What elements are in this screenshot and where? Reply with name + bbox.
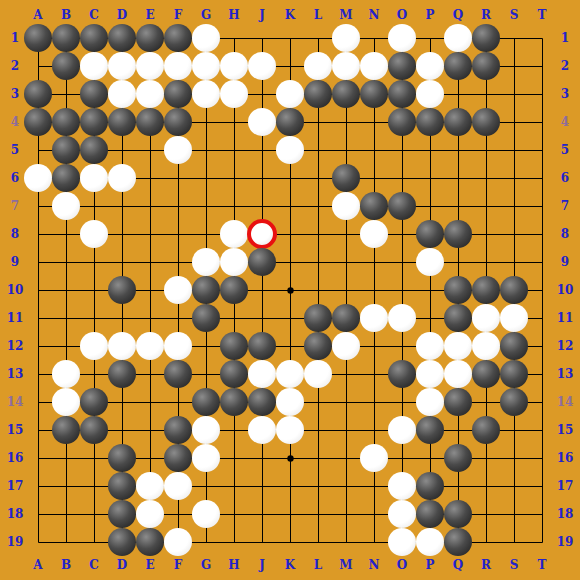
col-label-bottom-D: D bbox=[110, 557, 134, 573]
col-label-bottom-C: C bbox=[82, 557, 106, 573]
white-stone-D6[interactable] bbox=[108, 164, 136, 192]
black-stone-M11[interactable] bbox=[332, 304, 360, 332]
black-stone-Q19[interactable] bbox=[444, 528, 472, 556]
white-stone-M12[interactable] bbox=[332, 332, 360, 360]
row-label-right-11: 11 bbox=[553, 310, 577, 326]
white-stone-K5[interactable] bbox=[276, 136, 304, 164]
black-stone-D17[interactable] bbox=[108, 472, 136, 500]
row-label-right-3: 3 bbox=[553, 86, 577, 102]
white-stone-L2[interactable] bbox=[304, 52, 332, 80]
black-stone-R15[interactable] bbox=[472, 416, 500, 444]
black-stone-Q18[interactable] bbox=[444, 500, 472, 528]
row-label-right-10: 10 bbox=[553, 282, 577, 298]
white-stone-O1[interactable] bbox=[388, 24, 416, 52]
black-stone-E19[interactable] bbox=[136, 528, 164, 556]
col-label-bottom-N: N bbox=[362, 557, 386, 573]
white-stone-D12[interactable] bbox=[108, 332, 136, 360]
white-stone-F17[interactable] bbox=[164, 472, 192, 500]
col-label-bottom-G: G bbox=[194, 557, 218, 573]
black-stone-F1[interactable] bbox=[164, 24, 192, 52]
black-stone-L3[interactable] bbox=[304, 80, 332, 108]
star-point-K10 bbox=[287, 287, 293, 293]
black-stone-H12[interactable] bbox=[220, 332, 248, 360]
white-stone-O18[interactable] bbox=[388, 500, 416, 528]
col-label-top-S: S bbox=[502, 7, 526, 23]
col-label-top-Q: Q bbox=[446, 7, 470, 23]
white-stone-H9[interactable] bbox=[220, 248, 248, 276]
black-stone-P8[interactable] bbox=[416, 220, 444, 248]
black-stone-C1[interactable] bbox=[80, 24, 108, 52]
col-label-bottom-H: H bbox=[222, 557, 246, 573]
white-stone-G15[interactable] bbox=[192, 416, 220, 444]
white-stone-N16[interactable] bbox=[360, 444, 388, 472]
row-label-left-15: 15 bbox=[3, 422, 27, 438]
row-label-right-2: 2 bbox=[553, 58, 577, 74]
col-label-bottom-F: F bbox=[166, 557, 190, 573]
white-stone-F5[interactable] bbox=[164, 136, 192, 164]
white-stone-N2[interactable] bbox=[360, 52, 388, 80]
black-stone-C15[interactable] bbox=[80, 416, 108, 444]
black-stone-B4[interactable] bbox=[52, 108, 80, 136]
white-stone-A6[interactable] bbox=[24, 164, 52, 192]
white-stone-P9[interactable] bbox=[416, 248, 444, 276]
col-label-bottom-T: T bbox=[530, 557, 554, 573]
black-stone-A4[interactable] bbox=[24, 108, 52, 136]
white-stone-P19[interactable] bbox=[416, 528, 444, 556]
col-label-bottom-J: J bbox=[250, 557, 274, 573]
row-label-left-2: 2 bbox=[3, 58, 27, 74]
white-stone-E17[interactable] bbox=[136, 472, 164, 500]
white-stone-H3[interactable] bbox=[220, 80, 248, 108]
white-stone-O11[interactable] bbox=[388, 304, 416, 332]
black-stone-D16[interactable] bbox=[108, 444, 136, 472]
white-stone-J8-last-move[interactable] bbox=[247, 219, 277, 249]
white-stone-K3[interactable] bbox=[276, 80, 304, 108]
black-stone-B2[interactable] bbox=[52, 52, 80, 80]
black-stone-P18[interactable] bbox=[416, 500, 444, 528]
row-label-left-5: 5 bbox=[3, 142, 27, 158]
black-stone-O4[interactable] bbox=[388, 108, 416, 136]
black-stone-F4[interactable] bbox=[164, 108, 192, 136]
black-stone-C5[interactable] bbox=[80, 136, 108, 164]
row-label-left-13: 13 bbox=[3, 366, 27, 382]
white-stone-E3[interactable] bbox=[136, 80, 164, 108]
black-stone-B6[interactable] bbox=[52, 164, 80, 192]
black-stone-Q4[interactable] bbox=[444, 108, 472, 136]
col-label-top-L: L bbox=[306, 7, 330, 23]
black-stone-B1[interactable] bbox=[52, 24, 80, 52]
row-label-left-10: 10 bbox=[3, 282, 27, 298]
col-label-top-P: P bbox=[418, 7, 442, 23]
row-label-right-18: 18 bbox=[553, 506, 577, 522]
black-stone-S10[interactable] bbox=[500, 276, 528, 304]
col-label-bottom-B: B bbox=[54, 557, 78, 573]
col-label-top-G: G bbox=[194, 7, 218, 23]
white-stone-P13[interactable] bbox=[416, 360, 444, 388]
white-stone-P14[interactable] bbox=[416, 388, 444, 416]
black-stone-D19[interactable] bbox=[108, 528, 136, 556]
black-stone-O7[interactable] bbox=[388, 192, 416, 220]
black-stone-F15[interactable] bbox=[164, 416, 192, 444]
black-stone-A1[interactable] bbox=[24, 24, 52, 52]
black-stone-D18[interactable] bbox=[108, 500, 136, 528]
row-label-left-17: 17 bbox=[3, 478, 27, 494]
white-stone-Q1[interactable] bbox=[444, 24, 472, 52]
white-stone-R11[interactable] bbox=[472, 304, 500, 332]
col-label-top-C: C bbox=[82, 7, 106, 23]
black-stone-E1[interactable] bbox=[136, 24, 164, 52]
white-stone-G2[interactable] bbox=[192, 52, 220, 80]
white-stone-P2[interactable] bbox=[416, 52, 444, 80]
black-stone-D1[interactable] bbox=[108, 24, 136, 52]
row-label-left-7: 7 bbox=[3, 198, 27, 214]
black-stone-S14[interactable] bbox=[500, 388, 528, 416]
white-stone-H2[interactable] bbox=[220, 52, 248, 80]
black-stone-O13[interactable] bbox=[388, 360, 416, 388]
white-stone-H8[interactable] bbox=[220, 220, 248, 248]
black-stone-Q2[interactable] bbox=[444, 52, 472, 80]
black-stone-H13[interactable] bbox=[220, 360, 248, 388]
white-stone-G9[interactable] bbox=[192, 248, 220, 276]
row-label-right-8: 8 bbox=[553, 226, 577, 242]
row-label-left-14: 14 bbox=[3, 394, 27, 410]
white-stone-O19[interactable] bbox=[388, 528, 416, 556]
black-stone-A3[interactable] bbox=[24, 80, 52, 108]
row-label-left-19: 19 bbox=[3, 534, 27, 550]
black-stone-N3[interactable] bbox=[360, 80, 388, 108]
row-label-right-9: 9 bbox=[553, 254, 577, 270]
black-stone-Q10[interactable] bbox=[444, 276, 472, 304]
row-label-right-4: 4 bbox=[553, 114, 577, 130]
col-label-top-M: M bbox=[334, 7, 358, 23]
row-label-right-14: 14 bbox=[553, 394, 577, 410]
black-stone-H14[interactable] bbox=[220, 388, 248, 416]
row-label-right-17: 17 bbox=[553, 478, 577, 494]
white-stone-G1[interactable] bbox=[192, 24, 220, 52]
col-label-top-J: J bbox=[250, 7, 274, 23]
black-stone-P4[interactable] bbox=[416, 108, 444, 136]
white-stone-B7[interactable] bbox=[52, 192, 80, 220]
col-label-top-H: H bbox=[222, 7, 246, 23]
white-stone-C2[interactable] bbox=[80, 52, 108, 80]
white-stone-L13[interactable] bbox=[304, 360, 332, 388]
black-stone-F3[interactable] bbox=[164, 80, 192, 108]
white-stone-J4[interactable] bbox=[248, 108, 276, 136]
black-stone-P17[interactable] bbox=[416, 472, 444, 500]
white-stone-S11[interactable] bbox=[500, 304, 528, 332]
black-stone-Q8[interactable] bbox=[444, 220, 472, 248]
col-label-top-A: A bbox=[26, 7, 50, 23]
white-stone-Q13[interactable] bbox=[444, 360, 472, 388]
white-stone-J15[interactable] bbox=[248, 416, 276, 444]
black-stone-G11[interactable] bbox=[192, 304, 220, 332]
white-stone-G18[interactable] bbox=[192, 500, 220, 528]
row-label-right-15: 15 bbox=[553, 422, 577, 438]
col-label-top-O: O bbox=[390, 7, 414, 23]
white-stone-B13[interactable] bbox=[52, 360, 80, 388]
white-stone-F12[interactable] bbox=[164, 332, 192, 360]
black-stone-J14[interactable] bbox=[248, 388, 276, 416]
row-label-right-13: 13 bbox=[553, 366, 577, 382]
black-stone-Q11[interactable] bbox=[444, 304, 472, 332]
white-stone-F10[interactable] bbox=[164, 276, 192, 304]
black-stone-R1[interactable] bbox=[472, 24, 500, 52]
row-label-left-12: 12 bbox=[3, 338, 27, 354]
black-stone-R4[interactable] bbox=[472, 108, 500, 136]
white-stone-M7[interactable] bbox=[332, 192, 360, 220]
col-label-top-K: K bbox=[278, 7, 302, 23]
black-stone-B5[interactable] bbox=[52, 136, 80, 164]
row-label-right-19: 19 bbox=[553, 534, 577, 550]
col-label-bottom-R: R bbox=[474, 557, 498, 573]
white-stone-B14[interactable] bbox=[52, 388, 80, 416]
white-stone-K13[interactable] bbox=[276, 360, 304, 388]
black-stone-D4[interactable] bbox=[108, 108, 136, 136]
black-stone-L11[interactable] bbox=[304, 304, 332, 332]
white-stone-F2[interactable] bbox=[164, 52, 192, 80]
white-stone-K15[interactable] bbox=[276, 416, 304, 444]
white-stone-P3[interactable] bbox=[416, 80, 444, 108]
black-stone-C4[interactable] bbox=[80, 108, 108, 136]
row-label-right-16: 16 bbox=[553, 450, 577, 466]
row-label-left-9: 9 bbox=[3, 254, 27, 270]
black-stone-S12[interactable] bbox=[500, 332, 528, 360]
row-label-left-18: 18 bbox=[3, 506, 27, 522]
col-label-bottom-A: A bbox=[26, 557, 50, 573]
row-label-right-5: 5 bbox=[553, 142, 577, 158]
white-stone-N8[interactable] bbox=[360, 220, 388, 248]
black-stone-Q16[interactable] bbox=[444, 444, 472, 472]
row-label-left-16: 16 bbox=[3, 450, 27, 466]
row-label-right-6: 6 bbox=[553, 170, 577, 186]
white-stone-E18[interactable] bbox=[136, 500, 164, 528]
white-stone-C12[interactable] bbox=[80, 332, 108, 360]
white-stone-E2[interactable] bbox=[136, 52, 164, 80]
black-stone-H10[interactable] bbox=[220, 276, 248, 304]
white-stone-J2[interactable] bbox=[248, 52, 276, 80]
black-stone-R10[interactable] bbox=[472, 276, 500, 304]
goban[interactable]: AABBCCDDEEFFGGHHJJKKLLMMNNOOPPQQRRSSTT11… bbox=[0, 0, 580, 580]
black-stone-R2[interactable] bbox=[472, 52, 500, 80]
black-stone-E4[interactable] bbox=[136, 108, 164, 136]
black-stone-O3[interactable] bbox=[388, 80, 416, 108]
black-stone-M3[interactable] bbox=[332, 80, 360, 108]
col-label-bottom-S: S bbox=[502, 557, 526, 573]
white-stone-F19[interactable] bbox=[164, 528, 192, 556]
black-stone-G14[interactable] bbox=[192, 388, 220, 416]
white-stone-K14[interactable] bbox=[276, 388, 304, 416]
white-stone-Q12[interactable] bbox=[444, 332, 472, 360]
white-stone-J13[interactable] bbox=[248, 360, 276, 388]
white-stone-D3[interactable] bbox=[108, 80, 136, 108]
white-stone-E12[interactable] bbox=[136, 332, 164, 360]
col-label-bottom-P: P bbox=[418, 557, 442, 573]
black-stone-N7[interactable] bbox=[360, 192, 388, 220]
black-stone-K4[interactable] bbox=[276, 108, 304, 136]
white-stone-N11[interactable] bbox=[360, 304, 388, 332]
white-stone-C8[interactable] bbox=[80, 220, 108, 248]
black-stone-G10[interactable] bbox=[192, 276, 220, 304]
star-point-K16 bbox=[287, 455, 293, 461]
white-stone-C6[interactable] bbox=[80, 164, 108, 192]
black-stone-C3[interactable] bbox=[80, 80, 108, 108]
col-label-bottom-K: K bbox=[278, 557, 302, 573]
col-label-bottom-E: E bbox=[138, 557, 162, 573]
white-stone-O17[interactable] bbox=[388, 472, 416, 500]
black-stone-C14[interactable] bbox=[80, 388, 108, 416]
black-stone-S13[interactable] bbox=[500, 360, 528, 388]
col-label-top-T: T bbox=[530, 7, 554, 23]
row-label-left-11: 11 bbox=[3, 310, 27, 326]
white-stone-G3[interactable] bbox=[192, 80, 220, 108]
col-label-top-F: F bbox=[166, 7, 190, 23]
col-label-bottom-L: L bbox=[306, 557, 330, 573]
col-label-top-D: D bbox=[110, 7, 134, 23]
col-label-top-E: E bbox=[138, 7, 162, 23]
black-stone-D13[interactable] bbox=[108, 360, 136, 388]
col-label-top-B: B bbox=[54, 7, 78, 23]
white-stone-R12[interactable] bbox=[472, 332, 500, 360]
col-label-bottom-O: O bbox=[390, 557, 414, 573]
black-stone-J12[interactable] bbox=[248, 332, 276, 360]
black-stone-F13[interactable] bbox=[164, 360, 192, 388]
white-stone-M2[interactable] bbox=[332, 52, 360, 80]
row-label-right-12: 12 bbox=[553, 338, 577, 354]
black-stone-B15[interactable] bbox=[52, 416, 80, 444]
col-label-top-R: R bbox=[474, 7, 498, 23]
col-label-bottom-Q: Q bbox=[446, 557, 470, 573]
black-stone-Q14[interactable] bbox=[444, 388, 472, 416]
row-label-right-1: 1 bbox=[553, 30, 577, 46]
white-stone-P12[interactable] bbox=[416, 332, 444, 360]
black-stone-J9[interactable] bbox=[248, 248, 276, 276]
row-label-right-7: 7 bbox=[553, 198, 577, 214]
black-stone-R13[interactable] bbox=[472, 360, 500, 388]
black-stone-D10[interactable] bbox=[108, 276, 136, 304]
white-stone-G16[interactable] bbox=[192, 444, 220, 472]
black-stone-M6[interactable] bbox=[332, 164, 360, 192]
black-stone-L12[interactable] bbox=[304, 332, 332, 360]
col-label-bottom-M: M bbox=[334, 557, 358, 573]
white-stone-D2[interactable] bbox=[108, 52, 136, 80]
col-label-top-N: N bbox=[362, 7, 386, 23]
black-stone-F16[interactable] bbox=[164, 444, 192, 472]
black-stone-P15[interactable] bbox=[416, 416, 444, 444]
black-stone-O2[interactable] bbox=[388, 52, 416, 80]
row-label-left-8: 8 bbox=[3, 226, 27, 242]
white-stone-O15[interactable] bbox=[388, 416, 416, 444]
white-stone-M1[interactable] bbox=[332, 24, 360, 52]
